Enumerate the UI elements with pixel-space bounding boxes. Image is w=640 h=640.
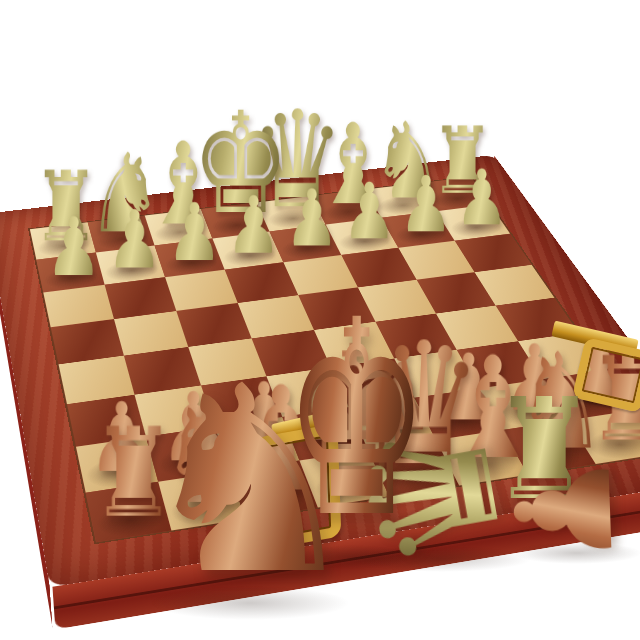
loose-copper-knight: ♞ (120, 352, 380, 610)
loose-copper-pawn-lying: ♟ (496, 438, 640, 583)
chess-set-product-photo: ♜♞♝♚♛♝♞♜♟♟♟♟♟♟♟♟♟♟♟♟♟♟♟♟♜♞♝♚♛♝♞♜ ♜ ♛ ♟ ♚… (0, 0, 640, 640)
square-a7: ♟ (36, 253, 104, 293)
piece-bronze-pawn-a7: ♟ (5, 207, 143, 288)
